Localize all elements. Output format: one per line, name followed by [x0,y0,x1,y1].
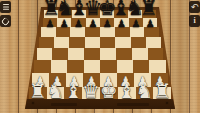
info-button[interactable]: i [189,15,200,27]
square-f5[interactable] [115,37,130,48]
app-background: ♜♞♝♛♚♝♞♜♟♟♟♟♟♟♟♟♟♟♟♟♟♟♟♟♜♞♝♛♚♝♞♜ ↶ i [0,0,200,113]
board-rank-1: ♜♞♝♛♚♝♞♜ [29,87,171,101]
square-a4[interactable] [37,48,53,60]
square-f3[interactable] [117,60,133,73]
piece-black-pawn[interactable]: ♟ [45,18,54,28]
piece-white-rook[interactable]: ♜ [29,82,47,102]
piece-white-queen[interactable]: ♛ [82,82,100,102]
menu-button[interactable] [0,1,11,13]
square-d5[interactable] [85,37,100,48]
board-rank-5 [39,37,162,48]
square-e1[interactable]: ♚ [100,87,118,101]
piece-black-pawn[interactable]: ♟ [146,18,155,28]
rotate-icon [1,16,11,26]
square-d3[interactable] [84,60,100,73]
square-b1[interactable]: ♞ [47,87,65,101]
square-b5[interactable] [54,37,69,48]
chess-board: ♜♞♝♛♚♝♞♜♟♟♟♟♟♟♟♟♟♟♟♟♟♟♟♟♜♞♝♛♚♝♞♜ [0,10,200,101]
piece-black-pawn[interactable]: ♟ [59,18,68,28]
square-g5[interactable] [131,37,146,48]
piece-white-knight[interactable]: ♞ [136,82,154,102]
square-g1[interactable]: ♞ [136,87,154,101]
square-h3[interactable] [149,60,165,73]
square-e5[interactable] [100,37,115,48]
square-c3[interactable] [67,60,83,73]
info-icon: i [193,17,195,25]
square-h5[interactable] [146,37,161,48]
piece-black-pawn[interactable]: ♟ [88,18,97,28]
piece-black-pawn[interactable]: ♟ [131,18,140,28]
piece-white-knight[interactable]: ♞ [47,82,65,102]
square-c4[interactable] [68,48,84,60]
board-rank-3 [34,60,166,73]
undo-arrow-icon: ↶ [191,3,199,12]
piece-black-pawn[interactable]: ♟ [74,18,83,28]
square-h1[interactable]: ♜ [153,87,171,101]
board-rank-4 [37,48,164,60]
square-a1[interactable]: ♜ [29,87,47,101]
piece-white-rook[interactable]: ♜ [153,82,171,102]
square-d4[interactable] [84,48,100,60]
square-c5[interactable] [69,37,84,48]
square-d1[interactable]: ♛ [82,87,100,101]
piece-black-pawn[interactable]: ♟ [103,18,112,28]
square-b3[interactable] [51,60,67,73]
undo-button[interactable]: ↶ [189,1,200,13]
hamburger-menu-icon [3,4,9,5]
square-e4[interactable] [100,48,116,60]
square-h4[interactable] [148,48,164,60]
piece-white-bishop[interactable]: ♝ [118,82,136,102]
rotate-board-button[interactable] [0,15,11,27]
square-g3[interactable] [133,60,149,73]
square-a3[interactable] [34,60,50,73]
piece-white-king[interactable]: ♚ [100,82,118,102]
square-g4[interactable] [132,48,148,60]
square-b4[interactable] [52,48,68,60]
square-c1[interactable]: ♝ [64,87,82,101]
square-f4[interactable] [116,48,132,60]
square-a5[interactable] [39,37,54,48]
piece-black-pawn[interactable]: ♟ [117,18,126,28]
piece-white-bishop[interactable]: ♝ [65,82,83,102]
square-f1[interactable]: ♝ [118,87,136,101]
square-e3[interactable] [100,60,116,73]
